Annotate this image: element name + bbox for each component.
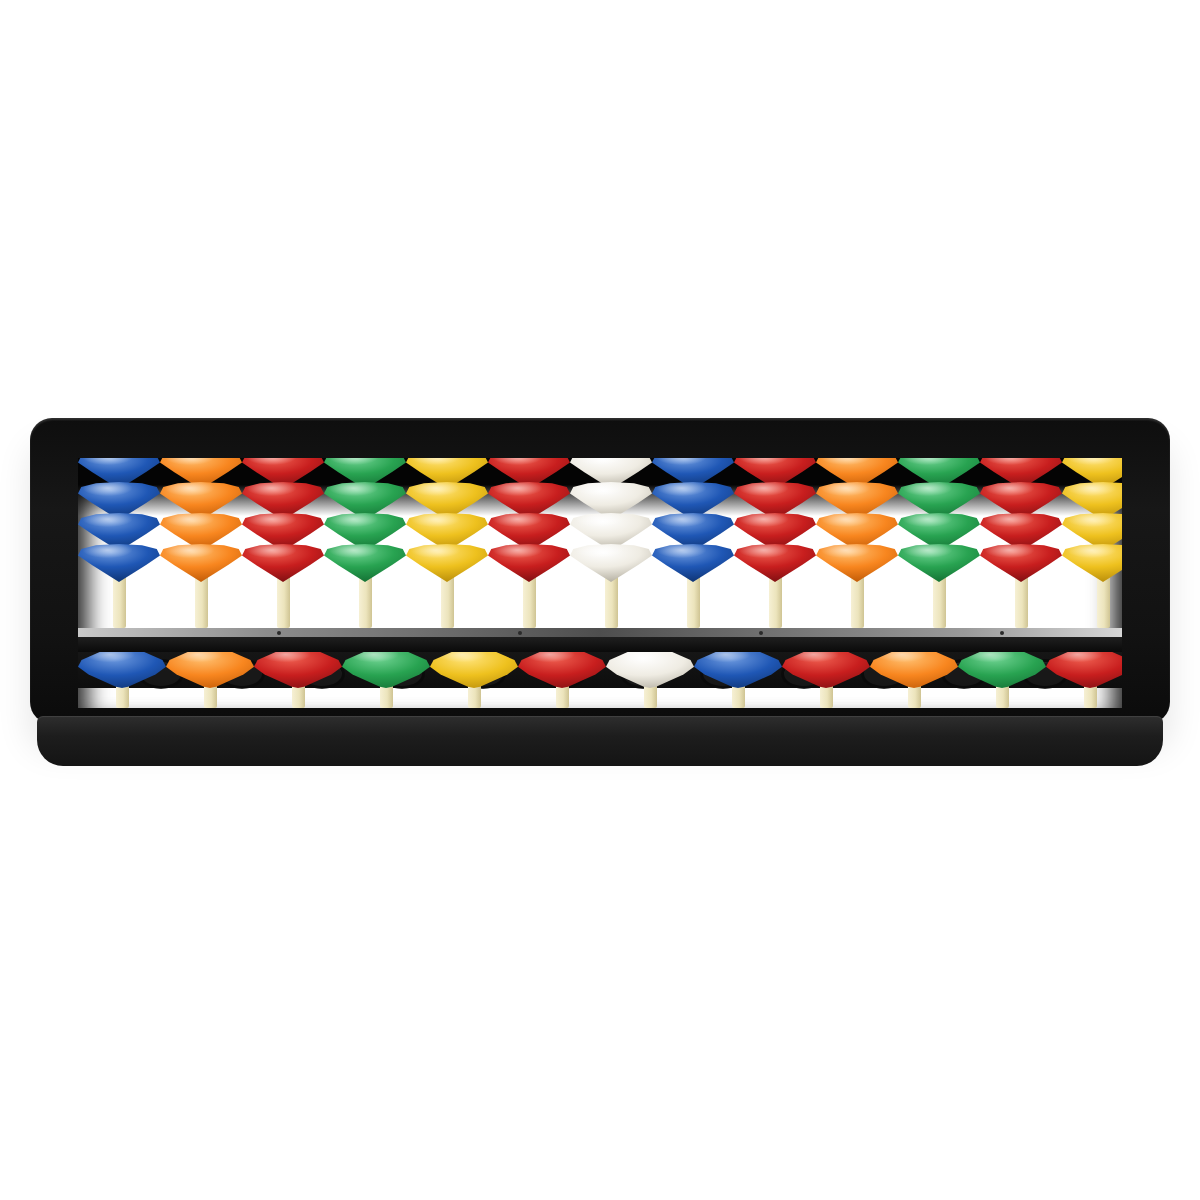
bead-lower-rod6-red[interactable] <box>518 648 606 688</box>
rod-8-lower <box>694 646 782 708</box>
abacus <box>30 418 1170 766</box>
bead-upper-rod2-4-orange[interactable] <box>160 544 242 582</box>
rod-13-upper <box>1062 458 1122 628</box>
rod-2-upper <box>160 458 242 628</box>
bead-upper-rod5-4-yellow[interactable] <box>406 544 488 582</box>
bead-lower-rod12-red[interactable] <box>1046 648 1122 688</box>
bead-lower-rod5-yellow[interactable] <box>430 648 518 688</box>
rod-3-upper <box>242 458 324 628</box>
rod-10-upper <box>816 458 898 628</box>
beam-unit-dot-rod3 <box>277 631 281 635</box>
beam-unit-dot-rod6 <box>518 631 522 635</box>
abacus-frame-front-face <box>37 716 1163 766</box>
bead-upper-rod7-4-white[interactable] <box>570 544 652 582</box>
bead-lower-rod7-white[interactable] <box>606 648 694 688</box>
rod-1-upper <box>78 458 160 628</box>
bead-lower-rod4-green[interactable] <box>342 648 430 688</box>
rod-8-upper <box>652 458 734 628</box>
beam-unit-dot-rod9 <box>759 631 763 635</box>
beam <box>78 628 1122 652</box>
rod-4-upper <box>324 458 406 628</box>
rod-1-lower <box>78 646 166 708</box>
bead-upper-rod13-4-yellow[interactable] <box>1062 544 1122 582</box>
abacus-window <box>78 458 1122 708</box>
rod-2-lower <box>166 646 254 708</box>
beam-metal-strip <box>78 628 1122 637</box>
rod-11-upper <box>898 458 980 628</box>
rod-12-lower <box>1046 646 1122 708</box>
bead-lower-rod1-blue[interactable] <box>78 648 166 688</box>
rod-5-upper <box>406 458 488 628</box>
bead-upper-rod4-4-green[interactable] <box>324 544 406 582</box>
bead-lower-rod11-green[interactable] <box>958 648 1046 688</box>
bead-upper-rod10-4-orange[interactable] <box>816 544 898 582</box>
rod-4-lower <box>342 646 430 708</box>
rod-9-lower <box>782 646 870 708</box>
bead-lower-rod3-red[interactable] <box>254 648 342 688</box>
rod-12-upper <box>980 458 1062 628</box>
bead-upper-rod6-4-red[interactable] <box>488 544 570 582</box>
bead-upper-rod8-4-blue[interactable] <box>652 544 734 582</box>
bead-lower-rod8-blue[interactable] <box>694 648 782 688</box>
rod-3-lower <box>254 646 342 708</box>
bead-lower-rod10-orange[interactable] <box>870 648 958 688</box>
rod-11-lower <box>958 646 1046 708</box>
rod-9-upper <box>734 458 816 628</box>
beam-unit-dot-rod12 <box>1000 631 1004 635</box>
bead-upper-rod11-4-green[interactable] <box>898 544 980 582</box>
rod-6-lower <box>518 646 606 708</box>
bead-upper-rod3-4-red[interactable] <box>242 544 324 582</box>
beam-bar <box>78 637 1122 652</box>
upper-deck <box>78 458 1122 628</box>
bead-lower-rod9-red[interactable] <box>782 648 870 688</box>
lower-deck <box>78 646 1122 708</box>
rod-10-lower <box>870 646 958 708</box>
bead-upper-rod9-4-red[interactable] <box>734 544 816 582</box>
rod-7-lower <box>606 646 694 708</box>
bead-upper-rod1-4-blue[interactable] <box>78 544 160 582</box>
bead-upper-rod12-4-red[interactable] <box>980 544 1062 582</box>
rod-7-upper <box>570 458 652 628</box>
bead-lower-rod2-orange[interactable] <box>166 648 254 688</box>
rod-5-lower <box>430 646 518 708</box>
rod-6-upper <box>488 458 570 628</box>
